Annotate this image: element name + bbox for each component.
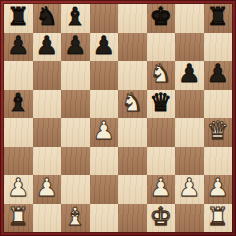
piece-black-rook[interactable]: ♜ [7,4,29,31]
chess-board-frame: ♜♞♝♚♜♟♟♟♟♞♟♟♝♞♛♟♛♟♟♟♟♟♜♝♚♜ [0,0,236,236]
square-g2[interactable]: ♟ [175,175,204,204]
square-c4[interactable] [61,118,90,147]
piece-white-pawn[interactable]: ♟ [7,175,29,202]
square-c5[interactable] [61,90,90,119]
piece-white-pawn[interactable]: ♟ [150,175,172,202]
square-f6[interactable]: ♞ [147,61,176,90]
square-h4[interactable]: ♛ [204,118,233,147]
square-g8[interactable] [175,4,204,33]
piece-white-king[interactable]: ♚ [150,204,172,231]
square-e8[interactable] [118,4,147,33]
square-b4[interactable] [33,118,62,147]
piece-black-pawn[interactable]: ♟ [7,33,29,60]
square-f4[interactable] [147,118,176,147]
piece-black-king[interactable]: ♚ [150,4,172,31]
square-f3[interactable] [147,147,176,176]
piece-white-pawn[interactable]: ♟ [178,175,200,202]
square-f2[interactable]: ♟ [147,175,176,204]
piece-white-rook[interactable]: ♜ [7,204,29,231]
square-e6[interactable] [118,61,147,90]
piece-white-rook[interactable]: ♜ [207,204,229,231]
piece-white-bishop[interactable]: ♝ [64,204,86,231]
piece-white-queen[interactable]: ♛ [207,118,229,145]
square-a2[interactable]: ♟ [4,175,33,204]
square-c3[interactable] [61,147,90,176]
piece-black-pawn[interactable]: ♟ [36,33,58,60]
square-d3[interactable] [90,147,119,176]
piece-white-knight[interactable]: ♞ [150,61,172,88]
square-h2[interactable]: ♟ [204,175,233,204]
square-a5[interactable]: ♝ [4,90,33,119]
piece-black-pawn[interactable]: ♟ [178,61,200,88]
square-g1[interactable] [175,204,204,233]
square-g7[interactable] [175,33,204,62]
square-d2[interactable] [90,175,119,204]
square-h8[interactable]: ♜ [204,4,233,33]
square-a3[interactable] [4,147,33,176]
square-c2[interactable] [61,175,90,204]
square-b1[interactable] [33,204,62,233]
piece-black-rook[interactable]: ♜ [207,4,229,31]
piece-black-pawn[interactable]: ♟ [207,61,229,88]
square-a4[interactable] [4,118,33,147]
square-a1[interactable]: ♜ [4,204,33,233]
piece-white-pawn[interactable]: ♟ [93,118,115,145]
piece-black-pawn[interactable]: ♟ [93,33,115,60]
square-h7[interactable] [204,33,233,62]
square-a8[interactable]: ♜ [4,4,33,33]
square-g5[interactable] [175,90,204,119]
square-d7[interactable]: ♟ [90,33,119,62]
square-f8[interactable]: ♚ [147,4,176,33]
square-d6[interactable] [90,61,119,90]
square-c7[interactable]: ♟ [61,33,90,62]
square-e5[interactable]: ♞ [118,90,147,119]
square-f5[interactable]: ♛ [147,90,176,119]
piece-black-bishop[interactable]: ♝ [64,4,86,31]
piece-white-knight[interactable]: ♞ [121,90,143,117]
square-e1[interactable] [118,204,147,233]
square-h3[interactable] [204,147,233,176]
square-h5[interactable] [204,90,233,119]
square-e3[interactable] [118,147,147,176]
piece-black-queen[interactable]: ♛ [150,90,172,117]
square-a7[interactable]: ♟ [4,33,33,62]
square-b5[interactable] [33,90,62,119]
square-g4[interactable] [175,118,204,147]
piece-black-bishop[interactable]: ♝ [7,90,29,117]
piece-white-pawn[interactable]: ♟ [207,175,229,202]
square-g6[interactable]: ♟ [175,61,204,90]
square-c6[interactable] [61,61,90,90]
square-a6[interactable] [4,61,33,90]
chess-board: ♜♞♝♚♜♟♟♟♟♞♟♟♝♞♛♟♛♟♟♟♟♟♜♝♚♜ [4,4,232,232]
square-g3[interactable] [175,147,204,176]
square-f7[interactable] [147,33,176,62]
square-e4[interactable] [118,118,147,147]
piece-black-pawn[interactable]: ♟ [64,33,86,60]
square-c1[interactable]: ♝ [61,204,90,233]
square-h6[interactable]: ♟ [204,61,233,90]
square-h1[interactable]: ♜ [204,204,233,233]
square-f1[interactable]: ♚ [147,204,176,233]
square-c8[interactable]: ♝ [61,4,90,33]
piece-white-pawn[interactable]: ♟ [36,175,58,202]
piece-black-knight[interactable]: ♞ [36,4,58,31]
square-b7[interactable]: ♟ [33,33,62,62]
square-b3[interactable] [33,147,62,176]
square-d8[interactable] [90,4,119,33]
square-e2[interactable] [118,175,147,204]
square-d4[interactable]: ♟ [90,118,119,147]
square-e7[interactable] [118,33,147,62]
square-d1[interactable] [90,204,119,233]
square-b8[interactable]: ♞ [33,4,62,33]
square-b2[interactable]: ♟ [33,175,62,204]
square-d5[interactable] [90,90,119,119]
square-b6[interactable] [33,61,62,90]
